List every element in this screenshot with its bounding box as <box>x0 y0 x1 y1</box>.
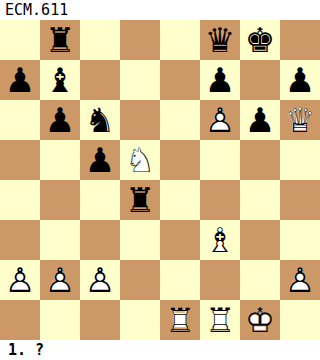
square-h7[interactable]: ♟ <box>280 60 320 100</box>
piece-black-queen: ♛ <box>200 20 240 60</box>
piece-white-pawn: ♙ <box>40 260 80 300</box>
square-h3[interactable] <box>280 220 320 260</box>
square-f4[interactable] <box>200 180 240 220</box>
square-f8[interactable]: ♛ <box>200 20 240 60</box>
piece-white-pawn: ♙ <box>280 260 320 300</box>
square-g3[interactable] <box>240 220 280 260</box>
square-g1[interactable]: ♚♔ <box>240 300 280 340</box>
piece-black-pawn: ♟ <box>240 100 280 140</box>
square-h8[interactable] <box>280 20 320 60</box>
square-f7[interactable]: ♟ <box>200 60 240 100</box>
piece-black-rook: ♜ <box>40 20 80 60</box>
square-b1[interactable] <box>40 300 80 340</box>
square-f6[interactable]: ♟♙ <box>200 100 240 140</box>
piece-white-rook: ♖ <box>200 300 240 340</box>
piece-white-king-fill: ♚ <box>240 300 280 340</box>
piece-white-pawn: ♙ <box>200 100 240 140</box>
piece-black-knight: ♞ <box>80 100 120 140</box>
square-d7[interactable] <box>120 60 160 100</box>
square-e2[interactable] <box>160 260 200 300</box>
square-d2[interactable] <box>120 260 160 300</box>
square-a8[interactable] <box>0 20 40 60</box>
square-a2[interactable]: ♟♙ <box>0 260 40 300</box>
square-e7[interactable] <box>160 60 200 100</box>
piece-black-pawn: ♟ <box>80 140 120 180</box>
square-d6[interactable] <box>120 100 160 140</box>
square-g4[interactable] <box>240 180 280 220</box>
square-e4[interactable] <box>160 180 200 220</box>
piece-white-knight: ♘ <box>120 140 160 180</box>
square-b7[interactable]: ♝ <box>40 60 80 100</box>
square-f5[interactable] <box>200 140 240 180</box>
square-d1[interactable] <box>120 300 160 340</box>
square-c3[interactable] <box>80 220 120 260</box>
piece-white-rook: ♖ <box>160 300 200 340</box>
square-g8[interactable]: ♚ <box>240 20 280 60</box>
square-e5[interactable] <box>160 140 200 180</box>
piece-white-pawn-fill: ♟ <box>80 260 120 300</box>
square-a3[interactable] <box>0 220 40 260</box>
piece-black-pawn: ♟ <box>40 100 80 140</box>
square-a6[interactable] <box>0 100 40 140</box>
piece-white-rook-fill: ♜ <box>200 300 240 340</box>
square-f1[interactable]: ♜♖ <box>200 300 240 340</box>
piece-white-pawn-fill: ♟ <box>280 260 320 300</box>
square-c1[interactable] <box>80 300 120 340</box>
square-g2[interactable] <box>240 260 280 300</box>
piece-black-bishop: ♝ <box>40 60 80 100</box>
square-e3[interactable] <box>160 220 200 260</box>
square-c8[interactable] <box>80 20 120 60</box>
square-h5[interactable] <box>280 140 320 180</box>
square-b5[interactable] <box>40 140 80 180</box>
piece-white-pawn: ♙ <box>0 260 40 300</box>
piece-white-queen-fill: ♛ <box>280 100 320 140</box>
square-a1[interactable] <box>0 300 40 340</box>
square-e1[interactable]: ♜♖ <box>160 300 200 340</box>
square-c7[interactable] <box>80 60 120 100</box>
piece-black-king: ♚ <box>240 20 280 60</box>
piece-white-queen: ♕ <box>280 100 320 140</box>
square-h2[interactable]: ♟♙ <box>280 260 320 300</box>
piece-white-knight-fill: ♞ <box>120 140 160 180</box>
move-prompt: 1. ? <box>0 340 320 360</box>
piece-white-pawn-fill: ♟ <box>200 100 240 140</box>
piece-black-pawn: ♟ <box>280 60 320 100</box>
square-b3[interactable] <box>40 220 80 260</box>
square-c4[interactable] <box>80 180 120 220</box>
piece-white-bishop-fill: ♝ <box>200 220 240 260</box>
square-d8[interactable] <box>120 20 160 60</box>
square-d5[interactable]: ♞♘ <box>120 140 160 180</box>
piece-white-pawn: ♙ <box>80 260 120 300</box>
square-a5[interactable] <box>0 140 40 180</box>
square-g7[interactable] <box>240 60 280 100</box>
square-c2[interactable]: ♟♙ <box>80 260 120 300</box>
piece-black-rook: ♜ <box>120 180 160 220</box>
square-b4[interactable] <box>40 180 80 220</box>
square-f3[interactable]: ♝♗ <box>200 220 240 260</box>
square-b6[interactable]: ♟ <box>40 100 80 140</box>
square-g6[interactable]: ♟ <box>240 100 280 140</box>
piece-black-pawn: ♟ <box>200 60 240 100</box>
piece-white-bishop: ♗ <box>200 220 240 260</box>
square-e8[interactable] <box>160 20 200 60</box>
square-g5[interactable] <box>240 140 280 180</box>
piece-white-pawn-fill: ♟ <box>40 260 80 300</box>
square-a4[interactable] <box>0 180 40 220</box>
square-d3[interactable] <box>120 220 160 260</box>
piece-white-rook-fill: ♜ <box>160 300 200 340</box>
square-d4[interactable]: ♜ <box>120 180 160 220</box>
piece-white-king: ♔ <box>240 300 280 340</box>
square-f2[interactable] <box>200 260 240 300</box>
square-h6[interactable]: ♛♕ <box>280 100 320 140</box>
square-h4[interactable] <box>280 180 320 220</box>
square-b8[interactable]: ♜ <box>40 20 80 60</box>
puzzle-title: ECM.611 <box>0 0 320 20</box>
piece-white-pawn-fill: ♟ <box>0 260 40 300</box>
chess-app-window: ECM.611 ♜♛♚♟♝♟♟♟♞♟♙♟♛♕♟♞♘♜♝♗♟♙♟♙♟♙♟♙♜♖♜♖… <box>0 0 320 360</box>
square-c6[interactable]: ♞ <box>80 100 120 140</box>
square-h1[interactable] <box>280 300 320 340</box>
square-b2[interactable]: ♟♙ <box>40 260 80 300</box>
square-c5[interactable]: ♟ <box>80 140 120 180</box>
piece-black-pawn: ♟ <box>0 60 40 100</box>
square-a7[interactable]: ♟ <box>0 60 40 100</box>
square-e6[interactable] <box>160 100 200 140</box>
chess-board: ♜♛♚♟♝♟♟♟♞♟♙♟♛♕♟♞♘♜♝♗♟♙♟♙♟♙♟♙♜♖♜♖♚♔ <box>0 20 320 340</box>
